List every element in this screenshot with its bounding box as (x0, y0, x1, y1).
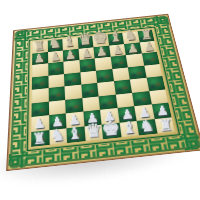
piece-white-bishop-f1[interactable]: ♝ (119, 112, 139, 137)
piece-white-knight-g1[interactable]: ♞ (137, 110, 157, 135)
piece-white-queen-d1[interactable]: ♛ (83, 116, 103, 141)
piece-white-rook-h1[interactable]: ♜ (155, 108, 175, 133)
piece-black-pawn-e7[interactable]: ♟ (92, 37, 110, 58)
piece-white-knight-b1[interactable]: ♞ (47, 120, 67, 145)
chess-set-photo: ♜♞♝♛♚♝♞♜♟♟♟♟♟♟♟♟♟♟♟♟♟♟♟♟♜♞♝♛♚♝♞♜ (0, 0, 200, 200)
piece-white-rook-a1[interactable]: ♜ (29, 122, 49, 147)
piece-white-bishop-c1[interactable]: ♝ (65, 118, 85, 143)
piece-black-pawn-g7[interactable]: ♟ (124, 33, 142, 54)
perspective-scene: ♜♞♝♛♚♝♞♜♟♟♟♟♟♟♟♟♟♟♟♟♟♟♟♟♜♞♝♛♚♝♞♜ (0, 0, 200, 200)
board-tilt-wrapper: ♜♞♝♛♚♝♞♜♟♟♟♟♟♟♟♟♟♟♟♟♟♟♟♟♜♞♝♛♚♝♞♜ (0, 0, 200, 200)
piece-black-pawn-h7[interactable]: ♟ (139, 32, 157, 53)
pieces-layer: ♜♞♝♛♚♝♞♜♟♟♟♟♟♟♟♟♟♟♟♟♟♟♟♟♜♞♝♛♚♝♞♜ (6, 14, 200, 171)
piece-black-pawn-c7[interactable]: ♟ (61, 40, 79, 61)
chessboard: ♜♞♝♛♚♝♞♜♟♟♟♟♟♟♟♟♟♟♟♟♟♟♟♟♜♞♝♛♚♝♞♜ (6, 14, 200, 171)
piece-white-king-e1[interactable]: ♚ (101, 114, 121, 139)
piece-black-pawn-a7[interactable]: ♟ (30, 43, 48, 64)
